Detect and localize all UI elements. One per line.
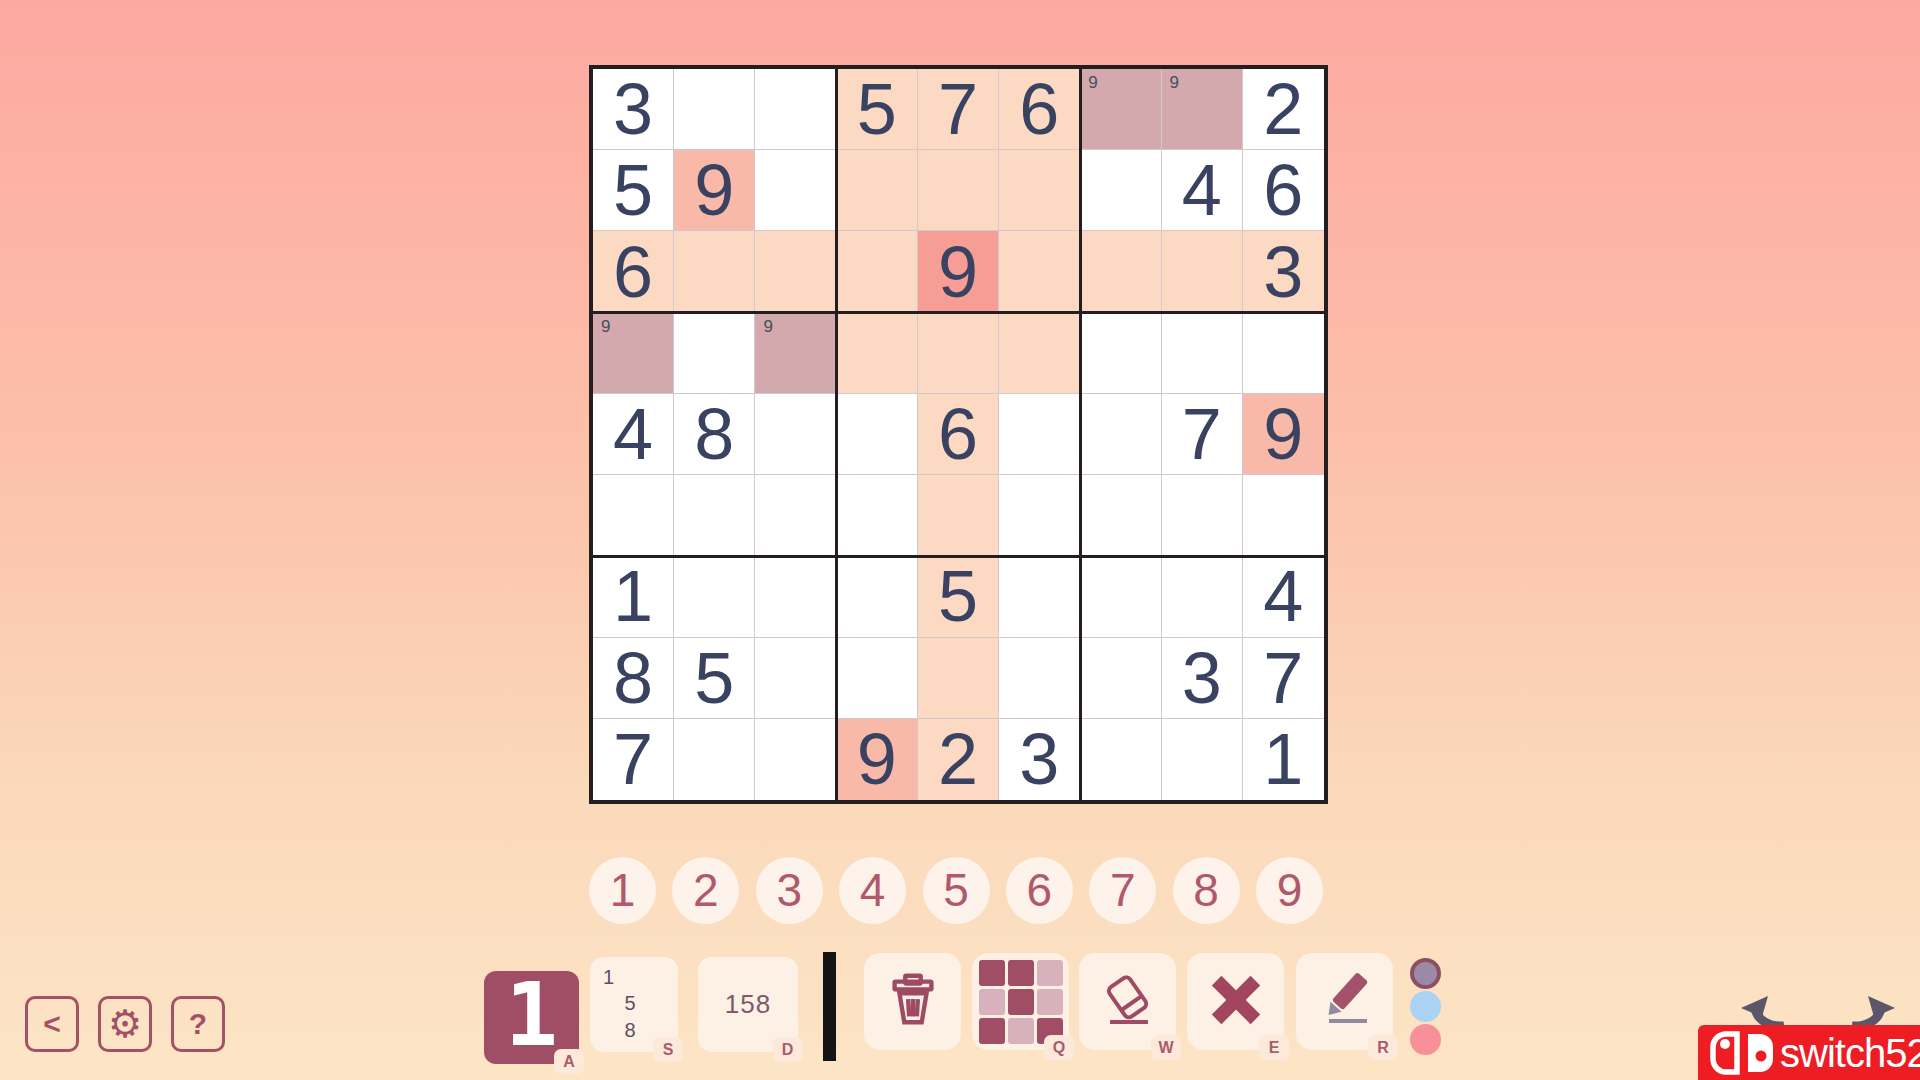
cell-r8c1[interactable]: 8 <box>593 638 674 719</box>
pencil-mini-grid: 158 <box>598 964 662 1043</box>
cell-r6c2[interactable] <box>674 475 755 556</box>
cell-r7c1[interactable]: 1 <box>593 556 674 637</box>
cell-digit: 2 <box>938 723 978 795</box>
cell-digit: 7 <box>938 73 978 145</box>
cell-r2c8[interactable]: 4 <box>1162 150 1243 231</box>
cell-r1c8[interactable]: 9 <box>1162 69 1243 150</box>
cell-r4c6[interactable] <box>999 313 1080 394</box>
cell-r7c8[interactable] <box>1162 556 1243 637</box>
cell-r2c7[interactable] <box>1080 150 1161 231</box>
cell-r1c6[interactable]: 6 <box>999 69 1080 150</box>
cell-r5c3[interactable] <box>755 394 836 475</box>
counter-value: 158 <box>725 989 771 1020</box>
clear-button[interactable]: E <box>1187 953 1284 1050</box>
cell-digit: 4 <box>1182 154 1222 226</box>
help-icon: ? <box>189 1007 207 1041</box>
watermark-banner: switch520 <box>1698 1025 1920 1080</box>
shortcut-badge-e: E <box>1259 1035 1289 1060</box>
shortcut-badge-d: D <box>773 1037 803 1062</box>
cell-digit: 9 <box>938 236 978 308</box>
color-dot-1[interactable] <box>1410 958 1441 989</box>
cell-r1c3[interactable] <box>755 69 836 150</box>
cell-r9c7[interactable] <box>1080 719 1161 800</box>
cell-digit: 6 <box>1263 154 1303 226</box>
switch-logo-icon <box>1710 1031 1776 1075</box>
eraser-icon <box>1096 968 1160 1036</box>
nav-bar: < ⚙ ? <box>25 996 225 1052</box>
shortcut-badge-w: W <box>1151 1035 1181 1060</box>
toolbar-divider <box>823 952 836 1061</box>
cell-r7c9[interactable]: 4 <box>1243 556 1324 637</box>
cell-digit: 8 <box>694 398 734 470</box>
mini-pencil-slot-8: 8 <box>619 1017 640 1043</box>
settings-button[interactable]: ⚙ <box>98 996 152 1052</box>
cell-r9c4[interactable]: 9 <box>837 719 918 800</box>
pencil-grid-button[interactable]: Q <box>972 953 1069 1050</box>
cell-r7c5[interactable]: 5 <box>918 556 999 637</box>
cell-digit: 7 <box>1182 398 1222 470</box>
cell-r7c3[interactable] <box>755 556 836 637</box>
shortcut-badge-s: S <box>653 1037 683 1062</box>
cell-r2c2[interactable]: 9 <box>674 150 755 231</box>
cell-r8c4[interactable] <box>837 638 918 719</box>
cell-r1c9[interactable]: 2 <box>1243 69 1324 150</box>
gear-icon: ⚙ <box>108 1005 142 1043</box>
cell-r8c8[interactable]: 3 <box>1162 638 1243 719</box>
grid-icon-square-6 <box>1037 989 1063 1015</box>
sudoku-app: 357699259466939948679154853779231 123456… <box>0 0 1920 1080</box>
cell-r2c4[interactable] <box>837 150 918 231</box>
numpad-button-3[interactable]: 3 <box>756 857 823 924</box>
numpad-button-8[interactable]: 8 <box>1173 857 1240 924</box>
cell-r8c7[interactable] <box>1080 638 1161 719</box>
board-grid: 357699259466939948679154853779231 <box>593 69 1324 800</box>
cell-r4c3[interactable]: 9 <box>755 313 836 394</box>
cell-digit: 4 <box>1263 560 1303 632</box>
cell-digit: 3 <box>1182 642 1222 714</box>
grid-icon-square-2 <box>1008 960 1034 986</box>
numpad-button-9[interactable]: 9 <box>1256 857 1323 924</box>
trash-icon <box>882 969 944 1035</box>
pencil-mark: 9 <box>1170 74 1179 91</box>
numpad-button-6[interactable]: 6 <box>1006 857 1073 924</box>
cell-digit: 3 <box>1019 723 1059 795</box>
cell-r6c5[interactable] <box>918 475 999 556</box>
cell-r9c3[interactable] <box>755 719 836 800</box>
cell-r6c1[interactable] <box>593 475 674 556</box>
cell-digit: 1 <box>613 560 653 632</box>
cell-r2c1[interactable]: 5 <box>593 150 674 231</box>
numpad-button-4[interactable]: 4 <box>839 857 906 924</box>
cell-r2c6[interactable] <box>999 150 1080 231</box>
cell-r7c4[interactable] <box>837 556 918 637</box>
cell-digit: 9 <box>1263 398 1303 470</box>
counter-button[interactable]: 158 D <box>698 957 798 1052</box>
pen-icon <box>1313 968 1377 1036</box>
cell-r3c6[interactable] <box>999 231 1080 312</box>
watermark-text: switch520 <box>1780 1033 1920 1073</box>
grid-icon-square-4 <box>979 989 1005 1015</box>
cell-r1c1[interactable]: 3 <box>593 69 674 150</box>
cell-r3c2[interactable] <box>674 231 755 312</box>
cell-digit: 6 <box>938 398 978 470</box>
pencil-grid-icon <box>979 960 1063 1044</box>
cell-r8c2[interactable]: 5 <box>674 638 755 719</box>
cell-r2c3[interactable] <box>755 150 836 231</box>
cell-digit: 8 <box>613 642 653 714</box>
pencil-mark: 9 <box>1088 74 1097 91</box>
cell-r3c3[interactable] <box>755 231 836 312</box>
grid-icon-square-1 <box>979 960 1005 986</box>
cell-r1c7[interactable]: 9 <box>1080 69 1161 150</box>
selected-digit-label: 1 <box>505 971 558 1059</box>
numpad-button-5[interactable]: 5 <box>923 857 990 924</box>
cell-r6c7[interactable] <box>1080 475 1161 556</box>
cell-r3c7[interactable] <box>1080 231 1161 312</box>
numpad-button-7[interactable]: 7 <box>1089 857 1156 924</box>
grid-icon-square-3 <box>1037 960 1063 986</box>
undo-icon <box>1741 996 1784 1026</box>
shortcut-badge-r: R <box>1368 1035 1398 1060</box>
cell-r4c5[interactable] <box>918 313 999 394</box>
eraser-button[interactable]: W <box>1079 953 1176 1050</box>
cell-digit: 6 <box>1019 73 1059 145</box>
mini-pencil-slot-1: 1 <box>598 964 619 990</box>
cell-r6c4[interactable] <box>837 475 918 556</box>
cell-digit: 7 <box>1263 642 1303 714</box>
cell-r2c9[interactable]: 6 <box>1243 150 1324 231</box>
mini-pencil-slot-2 <box>619 964 640 990</box>
cell-digit: 9 <box>857 723 897 795</box>
redo-icon <box>1852 996 1895 1026</box>
cell-r5c7[interactable] <box>1080 394 1161 475</box>
cell-r6c3[interactable] <box>755 475 836 556</box>
cell-r1c2[interactable] <box>674 69 755 150</box>
cell-r5c1[interactable]: 4 <box>593 394 674 475</box>
cell-digit: 1 <box>1263 723 1303 795</box>
cell-r9c9[interactable]: 1 <box>1243 719 1324 800</box>
back-button[interactable]: < <box>25 996 79 1052</box>
cell-r5c6[interactable] <box>999 394 1080 475</box>
numpad-button-1[interactable]: 1 <box>589 857 656 924</box>
mini-pencil-slot-6 <box>641 990 662 1016</box>
cell-digit: 5 <box>694 642 734 714</box>
cell-r9c8[interactable] <box>1162 719 1243 800</box>
grid-icon-square-7 <box>979 1018 1005 1044</box>
cell-r8c6[interactable] <box>999 638 1080 719</box>
cell-digit: 3 <box>613 73 653 145</box>
cell-r4c7[interactable] <box>1080 313 1161 394</box>
cell-r1c5[interactable]: 7 <box>918 69 999 150</box>
cell-r4c1[interactable]: 9 <box>593 313 674 394</box>
cell-r7c6[interactable] <box>999 556 1080 637</box>
cell-r9c6[interactable]: 3 <box>999 719 1080 800</box>
cell-r5c9[interactable]: 9 <box>1243 394 1324 475</box>
cell-r5c2[interactable]: 8 <box>674 394 755 475</box>
cell-r3c8[interactable] <box>1162 231 1243 312</box>
cell-r5c8[interactable]: 7 <box>1162 394 1243 475</box>
cell-r5c5[interactable]: 6 <box>918 394 999 475</box>
color-dot-2[interactable] <box>1410 991 1441 1022</box>
cell-r2c5[interactable] <box>918 150 999 231</box>
cell-digit: 9 <box>694 154 734 226</box>
back-icon: < <box>43 1007 61 1041</box>
selected-digit-button[interactable]: 1 A <box>484 971 579 1064</box>
shortcut-badge-a: A <box>554 1049 584 1074</box>
delete-button[interactable] <box>864 953 961 1050</box>
sudoku-board: 357699259466939948679154853779231 <box>589 65 1328 804</box>
cell-r6c9[interactable] <box>1243 475 1324 556</box>
cell-r3c5[interactable]: 9 <box>918 231 999 312</box>
cell-r9c2[interactable] <box>674 719 755 800</box>
cell-r6c8[interactable] <box>1162 475 1243 556</box>
cell-r1c4[interactable]: 5 <box>837 69 918 150</box>
mini-pencil-slot-3 <box>641 964 662 990</box>
pencil-mark: 9 <box>763 318 772 335</box>
cell-r7c2[interactable] <box>674 556 755 637</box>
cell-r4c8[interactable] <box>1162 313 1243 394</box>
help-button[interactable]: ? <box>171 996 225 1052</box>
cell-r9c5[interactable]: 2 <box>918 719 999 800</box>
cell-digit: 4 <box>613 398 653 470</box>
cell-digit: 6 <box>613 236 653 308</box>
color-theme-dots <box>1410 958 1441 1055</box>
cell-digit: 5 <box>857 73 897 145</box>
cell-digit: 7 <box>613 723 653 795</box>
cell-r3c9[interactable]: 3 <box>1243 231 1324 312</box>
cell-r4c9[interactable] <box>1243 313 1324 394</box>
color-dot-3[interactable] <box>1410 1024 1441 1055</box>
numpad-button-2[interactable]: 2 <box>672 857 739 924</box>
shortcut-badge-q: Q <box>1044 1035 1074 1060</box>
cell-digit: 5 <box>938 560 978 632</box>
mini-pencil-slot-7 <box>598 1017 619 1043</box>
number-pad: 123456789 <box>589 856 1323 924</box>
cell-r3c4[interactable] <box>837 231 918 312</box>
cell-r9c1[interactable]: 7 <box>593 719 674 800</box>
pen-button[interactable]: R <box>1296 953 1393 1050</box>
pencil-marks-button[interactable]: 158 S <box>590 957 678 1052</box>
grid-icon-square-8 <box>1008 1018 1034 1044</box>
x-icon <box>1205 969 1267 1035</box>
cell-digit: 3 <box>1263 236 1303 308</box>
cell-r8c9[interactable]: 7 <box>1243 638 1324 719</box>
cell-r4c2[interactable] <box>674 313 755 394</box>
mini-pencil-slot-4 <box>598 990 619 1016</box>
pencil-mark: 9 <box>601 318 610 335</box>
cell-r5c4[interactable] <box>837 394 918 475</box>
cell-digit: 5 <box>613 154 653 226</box>
cell-digit: 2 <box>1263 73 1303 145</box>
cell-r8c3[interactable] <box>755 638 836 719</box>
cell-r7c7[interactable] <box>1080 556 1161 637</box>
cell-r3c1[interactable]: 6 <box>593 231 674 312</box>
mini-pencil-slot-5: 5 <box>619 990 640 1016</box>
cell-r8c5[interactable] <box>918 638 999 719</box>
cell-r6c6[interactable] <box>999 475 1080 556</box>
grid-icon-square-5 <box>1008 989 1034 1015</box>
cell-r4c4[interactable] <box>837 313 918 394</box>
